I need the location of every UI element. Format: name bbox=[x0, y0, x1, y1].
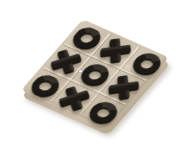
board-surface bbox=[20, 19, 169, 129]
tictactoe-board bbox=[41, 20, 149, 128]
tictactoe-product-photo bbox=[0, 0, 187, 159]
board-cells bbox=[20, 19, 169, 129]
